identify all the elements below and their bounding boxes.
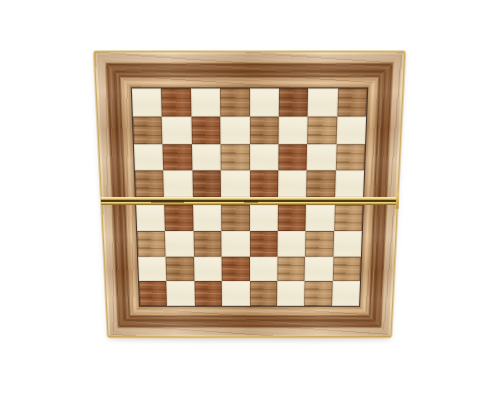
square-h7 <box>336 116 366 143</box>
square-e1 <box>250 281 278 306</box>
square-c2 <box>194 256 222 281</box>
board-bottom-half <box>102 201 397 337</box>
square-d8 <box>220 88 249 116</box>
square-h3 <box>333 231 362 256</box>
square-a3 <box>137 231 166 256</box>
square-c4 <box>193 205 222 231</box>
square-e2 <box>250 256 278 281</box>
square-a2 <box>138 256 167 281</box>
brass-hinge <box>100 197 398 205</box>
square-a6 <box>134 144 164 171</box>
square-b3 <box>165 231 194 256</box>
square-f4 <box>278 205 307 231</box>
square-f6 <box>278 144 307 171</box>
square-c1 <box>194 281 222 306</box>
square-f8 <box>279 88 309 116</box>
square-d3 <box>221 231 249 256</box>
playing-area-top <box>131 87 369 198</box>
square-a1 <box>139 281 167 306</box>
square-b2 <box>166 256 194 281</box>
frame-top-strip <box>95 52 404 87</box>
square-e4 <box>250 205 278 231</box>
square-b7 <box>162 116 192 143</box>
playing-area-bottom <box>135 204 364 307</box>
board-top-half <box>95 52 404 201</box>
square-g1 <box>304 281 332 306</box>
square-g7 <box>307 116 337 143</box>
square-f1 <box>277 281 305 306</box>
square-h4 <box>334 205 363 231</box>
square-f2 <box>277 256 305 281</box>
square-c6 <box>192 144 221 171</box>
square-f3 <box>277 231 305 256</box>
square-g8 <box>308 88 338 116</box>
frame-bottom-strip <box>107 307 392 337</box>
square-d2 <box>222 256 250 281</box>
square-f5 <box>278 171 307 197</box>
square-h6 <box>335 144 365 171</box>
square-g4 <box>306 205 335 231</box>
square-h8 <box>337 88 367 116</box>
square-e3 <box>250 231 278 256</box>
square-h1 <box>332 281 360 306</box>
square-d7 <box>220 116 249 143</box>
square-e7 <box>250 116 279 143</box>
square-g2 <box>305 256 333 281</box>
square-b5 <box>164 171 193 197</box>
square-a5 <box>135 171 164 197</box>
square-d1 <box>222 281 250 306</box>
square-b6 <box>163 144 192 171</box>
square-b4 <box>164 205 193 231</box>
square-g5 <box>306 171 335 197</box>
square-c3 <box>193 231 221 256</box>
hinge-plate-center <box>244 200 259 203</box>
square-h5 <box>335 171 364 197</box>
square-b1 <box>167 281 195 306</box>
square-b8 <box>161 88 191 116</box>
square-a7 <box>133 116 163 143</box>
square-d5 <box>221 171 250 197</box>
square-g3 <box>305 231 334 256</box>
square-c5 <box>192 171 221 197</box>
square-a8 <box>132 88 162 116</box>
square-e8 <box>250 88 279 116</box>
square-h2 <box>332 256 361 281</box>
square-a4 <box>136 205 165 231</box>
square-c7 <box>191 116 220 143</box>
chess-board <box>95 52 404 336</box>
square-e6 <box>250 144 279 171</box>
square-f7 <box>278 116 307 143</box>
square-g6 <box>307 144 336 171</box>
square-c8 <box>191 88 221 116</box>
square-d4 <box>221 205 249 231</box>
square-e5 <box>250 171 279 197</box>
brass-side-clasp <box>396 193 400 209</box>
bottom-gold-edge <box>108 335 390 336</box>
hinge-plate-left <box>151 200 184 203</box>
square-d6 <box>221 144 250 171</box>
photo-background <box>0 0 500 400</box>
